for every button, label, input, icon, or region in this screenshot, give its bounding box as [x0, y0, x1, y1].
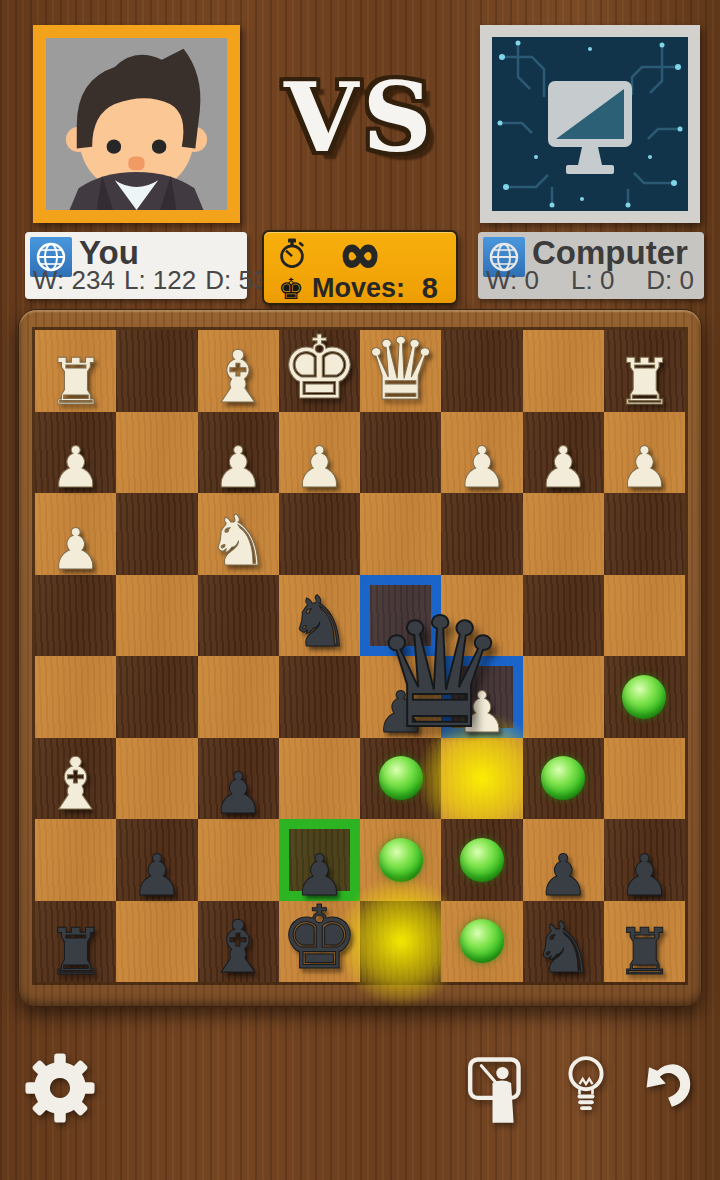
- moves-count: 8: [422, 272, 438, 305]
- square-f8[interactable]: ♝: [198, 901, 279, 983]
- legal-move-dot: [460, 838, 504, 882]
- legal-move-dot: [460, 919, 504, 963]
- white-rook-h1[interactable]: ♜: [35, 330, 116, 412]
- square-b3[interactable]: [523, 493, 604, 575]
- square-a3[interactable]: [604, 493, 685, 575]
- white-pawn-c2[interactable]: ♟: [441, 412, 522, 494]
- square-e7[interactable]: ♟: [279, 819, 360, 901]
- square-c2[interactable]: ♟: [441, 412, 522, 494]
- white-pawn-b2[interactable]: ♟: [523, 412, 604, 494]
- dragged-black-queen[interactable]: ♛: [365, 586, 515, 762]
- undo-icon: [637, 1052, 697, 1116]
- square-g2[interactable]: [116, 412, 197, 494]
- square-a8[interactable]: ♜: [604, 901, 685, 983]
- square-e3[interactable]: [279, 493, 360, 575]
- legal-move-dot: [622, 675, 666, 719]
- square-g7[interactable]: ♟: [116, 819, 197, 901]
- square-h1[interactable]: ♜: [35, 330, 116, 412]
- turn-king-icon: ♚: [278, 274, 304, 304]
- square-a5[interactable]: [604, 656, 685, 738]
- square-h3[interactable]: ♟: [35, 493, 116, 575]
- square-g5[interactable]: [116, 656, 197, 738]
- square-f2[interactable]: ♟: [198, 412, 279, 494]
- legal-move-dot: [379, 756, 423, 800]
- square-h4[interactable]: [35, 575, 116, 657]
- square-h8[interactable]: ♜: [35, 901, 116, 983]
- square-h6[interactable]: ♝: [35, 738, 116, 820]
- black-pawn-e7[interactable]: ♟: [279, 819, 360, 901]
- player-avatar: [33, 25, 240, 223]
- white-rook-a1[interactable]: ♜: [604, 330, 685, 412]
- square-e1[interactable]: ♚: [279, 330, 360, 412]
- computer-monitor-icon: [492, 37, 688, 211]
- square-d8[interactable]: [360, 901, 441, 983]
- square-g8[interactable]: [116, 901, 197, 983]
- square-b1[interactable]: [523, 330, 604, 412]
- square-c3[interactable]: [441, 493, 522, 575]
- square-b8[interactable]: ♞: [523, 901, 604, 983]
- square-g4[interactable]: [116, 575, 197, 657]
- square-d2[interactable]: [360, 412, 441, 494]
- square-f6[interactable]: ♟: [198, 738, 279, 820]
- moves-label: Moves:: [312, 273, 405, 304]
- square-h2[interactable]: ♟: [35, 412, 116, 494]
- white-pawn-f2[interactable]: ♟: [198, 412, 279, 494]
- square-e5[interactable]: [279, 656, 360, 738]
- square-a2[interactable]: ♟: [604, 412, 685, 494]
- person-avatar-icon: [46, 38, 227, 210]
- computer-stats: W: 0 L: 0 D: 0: [486, 265, 694, 296]
- black-knight-e4[interactable]: ♞: [279, 575, 360, 657]
- white-bishop-f1[interactable]: ♝: [198, 330, 279, 412]
- white-king-e1[interactable]: ♚: [279, 330, 360, 412]
- square-c7[interactable]: [441, 819, 522, 901]
- square-e4[interactable]: ♞: [279, 575, 360, 657]
- legal-move-dot: [379, 838, 423, 882]
- black-pawn-f6[interactable]: ♟: [198, 738, 279, 820]
- black-king-e8[interactable]: ♚: [279, 901, 360, 983]
- black-pawn-a7[interactable]: ♟: [604, 819, 685, 901]
- player-portrait-image: [46, 38, 227, 210]
- settings-button[interactable]: [22, 1050, 98, 1126]
- square-b7[interactable]: ♟: [523, 819, 604, 901]
- square-b6[interactable]: [523, 738, 604, 820]
- square-a1[interactable]: ♜: [604, 330, 685, 412]
- black-pawn-b7[interactable]: ♟: [523, 819, 604, 901]
- black-rook-a8[interactable]: ♜: [604, 901, 685, 983]
- black-bishop-f8[interactable]: ♝: [198, 901, 279, 983]
- square-g6[interactable]: [116, 738, 197, 820]
- losses-value: 0: [600, 265, 614, 295]
- white-pawn-h2[interactable]: ♟: [35, 412, 116, 494]
- teacher-icon: [464, 1052, 526, 1124]
- tutor-button[interactable]: [462, 1050, 528, 1126]
- square-c8[interactable]: [441, 901, 522, 983]
- draws-value: 0: [680, 265, 694, 295]
- wins-value: 234: [72, 265, 115, 295]
- selected-square-highlight: [279, 819, 360, 901]
- white-pawn-e2[interactable]: ♟: [279, 412, 360, 494]
- player-info-panel: You W: 234 L: 122 D: 53: [25, 232, 247, 299]
- square-f1[interactable]: ♝: [198, 330, 279, 412]
- white-knight-f3[interactable]: ♞: [198, 493, 279, 575]
- undo-button[interactable]: [634, 1048, 700, 1120]
- square-b5[interactable]: [523, 656, 604, 738]
- square-e8[interactable]: ♚: [279, 901, 360, 983]
- black-knight-b8[interactable]: ♞: [523, 901, 604, 983]
- square-f7[interactable]: [198, 819, 279, 901]
- vs-label: VS: [240, 58, 480, 178]
- square-d3[interactable]: [360, 493, 441, 575]
- square-c1[interactable]: [441, 330, 522, 412]
- lightbulb-icon: [560, 1054, 612, 1122]
- white-pawn-h3[interactable]: ♟: [35, 493, 116, 575]
- square-h7[interactable]: [35, 819, 116, 901]
- square-g1[interactable]: [116, 330, 197, 412]
- square-e2[interactable]: ♟: [279, 412, 360, 494]
- white-pawn-a2[interactable]: ♟: [604, 412, 685, 494]
- computer-info-panel: Computer W: 0 L: 0 D: 0: [478, 232, 704, 299]
- square-e6[interactable]: [279, 738, 360, 820]
- square-b2[interactable]: ♟: [523, 412, 604, 494]
- gear-icon: [24, 1052, 96, 1124]
- chess-board: ♜♝♚♛♜♟♟♟♟♟♟♟♞♞♟♟♝♟♟♟♟♟♜♝♚♞♜♛: [35, 330, 685, 982]
- wins-value: 0: [525, 265, 539, 295]
- hint-button[interactable]: [556, 1052, 616, 1124]
- white-bishop-h6[interactable]: ♝: [35, 738, 116, 820]
- match-status-panel: ∞ ♚ Moves: 8: [262, 230, 458, 305]
- square-f3[interactable]: ♞: [198, 493, 279, 575]
- square-f4[interactable]: [198, 575, 279, 657]
- losses-value: 122: [153, 265, 196, 295]
- square-d1[interactable]: ♛: [360, 330, 441, 412]
- square-a4[interactable]: [604, 575, 685, 657]
- computer-avatar: [480, 25, 700, 223]
- square-f5[interactable]: [198, 656, 279, 738]
- square-a7[interactable]: ♟: [604, 819, 685, 901]
- square-a6[interactable]: [604, 738, 685, 820]
- square-d7[interactable]: [360, 819, 441, 901]
- square-h5[interactable]: [35, 656, 116, 738]
- black-pawn-g7[interactable]: ♟: [116, 819, 197, 901]
- legal-move-dot: [541, 756, 585, 800]
- square-g3[interactable]: [116, 493, 197, 575]
- white-queen-d1[interactable]: ♛: [360, 330, 441, 412]
- black-rook-h8[interactable]: ♜: [35, 901, 116, 983]
- player-stats: W: 234 L: 122 D: 53: [33, 265, 237, 296]
- square-b4[interactable]: [523, 575, 604, 657]
